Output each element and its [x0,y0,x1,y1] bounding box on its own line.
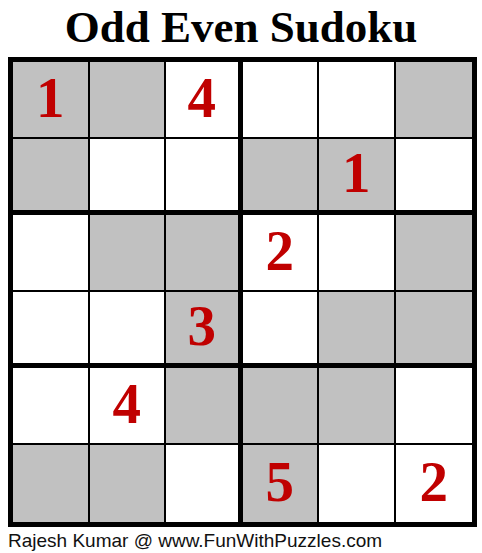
cell-r1c4[interactable] [243,62,320,139]
cell-r3c1[interactable] [13,215,90,292]
cell-r6c1[interactable] [13,445,90,522]
cell-r1c3-given[interactable]: 4 [166,62,243,139]
cell-r3c2[interactable] [90,215,167,292]
cell-r2c6[interactable] [396,139,473,216]
cell-r1c6[interactable] [396,62,473,139]
footer-credit: Rajesh Kumar @ www.FunWithPuzzles.com [8,529,382,553]
cell-r6c3[interactable] [166,445,243,522]
cell-r3c5[interactable] [319,215,396,292]
cell-r2c5-given[interactable]: 1 [319,139,396,216]
cell-r5c2-given[interactable]: 4 [90,368,167,445]
cell-r5c4[interactable] [243,368,320,445]
cell-r1c5[interactable] [319,62,396,139]
sudoku-grid: 14123452 [8,57,477,527]
cell-r2c3[interactable] [166,139,243,216]
page-title: Odd Even Sudoku [0,0,482,54]
cell-r4c5[interactable] [319,292,396,369]
cell-r5c5[interactable] [319,368,396,445]
cell-r6c4-given[interactable]: 5 [243,445,320,522]
cell-r5c6[interactable] [396,368,473,445]
cell-r4c1[interactable] [13,292,90,369]
cell-r5c1[interactable] [13,368,90,445]
cell-r1c2[interactable] [90,62,167,139]
cell-r1c1-given[interactable]: 1 [13,62,90,139]
cell-r4c6[interactable] [396,292,473,369]
cell-r4c2[interactable] [90,292,167,369]
cell-r2c1[interactable] [13,139,90,216]
puzzle-page: Odd Even Sudoku 14123452 Rajesh Kumar @ … [0,0,482,553]
cell-r6c5[interactable] [319,445,396,522]
cell-r2c4[interactable] [243,139,320,216]
cell-r4c4[interactable] [243,292,320,369]
cell-r6c6-given[interactable]: 2 [396,445,473,522]
cell-r6c2[interactable] [90,445,167,522]
cell-r4c3-given[interactable]: 3 [166,292,243,369]
cell-r3c4-given[interactable]: 2 [243,215,320,292]
cell-r3c6[interactable] [396,215,473,292]
cell-r3c3[interactable] [166,215,243,292]
cell-r5c3[interactable] [166,368,243,445]
cell-r2c2[interactable] [90,139,167,216]
